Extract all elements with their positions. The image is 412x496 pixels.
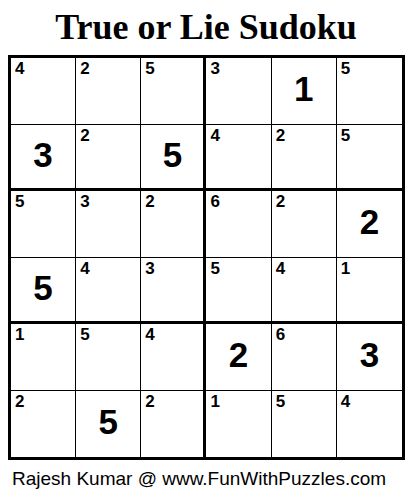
cell-r1c5[interactable]: 1	[272, 58, 337, 125]
cell-r1c6[interactable]: 5	[337, 58, 402, 125]
cell-r4c5[interactable]: 4	[272, 258, 337, 325]
cell-r3c6[interactable]: 2	[337, 191, 402, 258]
cell-r6c6[interactable]: 4	[337, 391, 402, 458]
cell-r2c1[interactable]: 3	[11, 125, 76, 192]
cell-r4c4[interactable]: 5	[206, 258, 271, 325]
small-clue-digit: 3	[210, 59, 219, 78]
big-digit: 5	[76, 391, 140, 458]
cell-r1c3[interactable]: 5	[141, 58, 206, 125]
footer-credit: Rajesh Kumar @ www.FunWithPuzzles.com	[12, 467, 412, 491]
small-clue-digit: 5	[276, 392, 285, 411]
cell-r4c6[interactable]: 1	[337, 258, 402, 325]
cell-r5c4[interactable]: 2	[206, 324, 271, 391]
big-digit: 2	[337, 191, 402, 257]
cell-r5c5[interactable]: 6	[272, 324, 337, 391]
cell-r3c3[interactable]: 2	[141, 191, 206, 258]
cell-r2c4[interactable]: 4	[206, 125, 271, 192]
cell-r3c5[interactable]: 2	[272, 191, 337, 258]
cell-r6c4[interactable]: 1	[206, 391, 271, 458]
cell-r4c1[interactable]: 5	[11, 258, 76, 325]
cell-r1c4[interactable]: 3	[206, 58, 271, 125]
small-clue-digit: 4	[80, 259, 89, 278]
cell-r2c2[interactable]: 2	[76, 125, 141, 192]
small-clue-digit: 4	[15, 59, 24, 78]
small-clue-digit: 2	[276, 192, 285, 211]
small-clue-digit: 2	[145, 392, 154, 411]
small-clue-digit: 2	[276, 126, 285, 145]
cell-r2c6[interactable]: 5	[337, 125, 402, 192]
small-clue-digit: 5	[341, 126, 350, 145]
big-digit: 5	[141, 125, 203, 189]
small-clue-digit: 4	[145, 325, 154, 344]
cell-r2c5[interactable]: 2	[272, 125, 337, 192]
sudoku-grid: 425315325425532622543541154263252154	[8, 55, 405, 460]
cell-r5c6[interactable]: 3	[337, 324, 402, 391]
big-digit: 2	[206, 324, 270, 390]
puzzle-page: True or Lie Sudoku 425315325425532622543…	[0, 0, 412, 496]
cell-r6c5[interactable]: 5	[272, 391, 337, 458]
small-clue-digit: 5	[15, 192, 24, 211]
small-clue-digit: 3	[80, 192, 89, 211]
small-clue-digit: 6	[276, 325, 285, 344]
cell-r6c1[interactable]: 2	[11, 391, 76, 458]
cell-r3c2[interactable]: 3	[76, 191, 141, 258]
small-clue-digit: 5	[210, 259, 219, 278]
cell-r5c2[interactable]: 5	[76, 324, 141, 391]
small-clue-digit: 4	[341, 392, 350, 411]
cell-r1c1[interactable]: 4	[11, 58, 76, 125]
small-clue-digit: 6	[210, 192, 219, 211]
small-clue-digit: 1	[15, 325, 24, 344]
small-clue-digit: 1	[341, 259, 350, 278]
page-title: True or Lie Sudoku	[0, 0, 412, 55]
small-clue-digit: 2	[80, 126, 89, 145]
small-clue-digit: 5	[341, 59, 350, 78]
big-digit: 1	[272, 58, 336, 124]
small-clue-digit: 4	[210, 126, 219, 145]
small-clue-digit: 2	[145, 192, 154, 211]
small-clue-digit: 5	[80, 325, 89, 344]
small-clue-digit: 2	[15, 392, 24, 411]
cell-r6c3[interactable]: 2	[141, 391, 206, 458]
big-digit: 3	[11, 125, 75, 189]
small-clue-digit: 5	[145, 59, 154, 78]
small-clue-digit: 4	[276, 259, 285, 278]
cell-r5c1[interactable]: 1	[11, 324, 76, 391]
big-digit: 5	[11, 258, 75, 322]
cell-r3c1[interactable]: 5	[11, 191, 76, 258]
cell-r4c3[interactable]: 3	[141, 258, 206, 325]
cell-r6c2[interactable]: 5	[76, 391, 141, 458]
small-clue-digit: 1	[210, 392, 219, 411]
cell-r3c4[interactable]: 6	[206, 191, 271, 258]
cell-r2c3[interactable]: 5	[141, 125, 206, 192]
cell-r1c2[interactable]: 2	[76, 58, 141, 125]
cell-r5c3[interactable]: 4	[141, 324, 206, 391]
small-clue-digit: 2	[80, 59, 89, 78]
cell-r4c2[interactable]: 4	[76, 258, 141, 325]
big-digit: 3	[337, 324, 402, 390]
small-clue-digit: 3	[145, 259, 154, 278]
